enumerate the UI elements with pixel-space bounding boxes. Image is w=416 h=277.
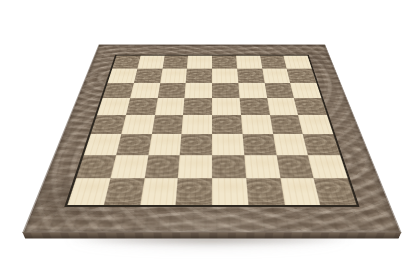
board-square (212, 115, 242, 134)
board-square (298, 115, 333, 134)
board-square (176, 178, 212, 205)
board-square (260, 56, 287, 69)
board-square (212, 56, 237, 69)
board-square (108, 68, 138, 82)
board-square (212, 83, 239, 98)
board-square (178, 155, 212, 179)
board-square (157, 83, 186, 98)
board-square (294, 98, 327, 115)
board-square (241, 115, 273, 134)
board-square (183, 98, 212, 115)
board-square (137, 56, 164, 69)
board-square (308, 155, 348, 179)
board-square (262, 68, 290, 82)
board-square (112, 56, 140, 69)
board-square (185, 83, 212, 98)
board-square (246, 178, 284, 205)
board-square (121, 115, 154, 134)
board-square (303, 134, 340, 155)
board-front-edge (22, 232, 401, 238)
board-square (130, 83, 160, 98)
chess-board (24, 45, 400, 232)
board-grid (67, 56, 356, 205)
board-photo (0, 0, 416, 277)
board-square (182, 115, 212, 134)
board-square (238, 83, 267, 98)
board-square (314, 178, 357, 205)
board-square (104, 178, 145, 205)
board-square (270, 115, 303, 134)
board-square (212, 68, 238, 82)
board-square (212, 178, 248, 205)
board-square (126, 98, 158, 115)
board-square (236, 56, 262, 69)
board-square (116, 134, 151, 155)
playing-area (64, 55, 359, 207)
board-square (187, 56, 212, 69)
board-square (284, 56, 312, 69)
board-square (180, 134, 212, 155)
board-square (162, 56, 188, 69)
board-square (140, 178, 178, 205)
board-square (151, 115, 183, 134)
board-square (110, 155, 148, 179)
board-square (290, 83, 321, 98)
board-square (103, 83, 134, 98)
board-square (242, 134, 276, 155)
board-square (97, 98, 130, 115)
board-square (134, 68, 162, 82)
board-square (91, 115, 126, 134)
board-square (144, 155, 180, 179)
board-square (239, 98, 269, 115)
board-square (186, 68, 212, 82)
board-square (237, 68, 264, 82)
board-square (264, 83, 294, 98)
board-square (287, 68, 317, 82)
board-square (212, 155, 246, 179)
board-square (212, 134, 244, 155)
board-square (155, 98, 185, 115)
board-square (244, 155, 280, 179)
board-square (160, 68, 187, 82)
board-square (148, 134, 182, 155)
board-square (212, 98, 241, 115)
board-square (267, 98, 299, 115)
